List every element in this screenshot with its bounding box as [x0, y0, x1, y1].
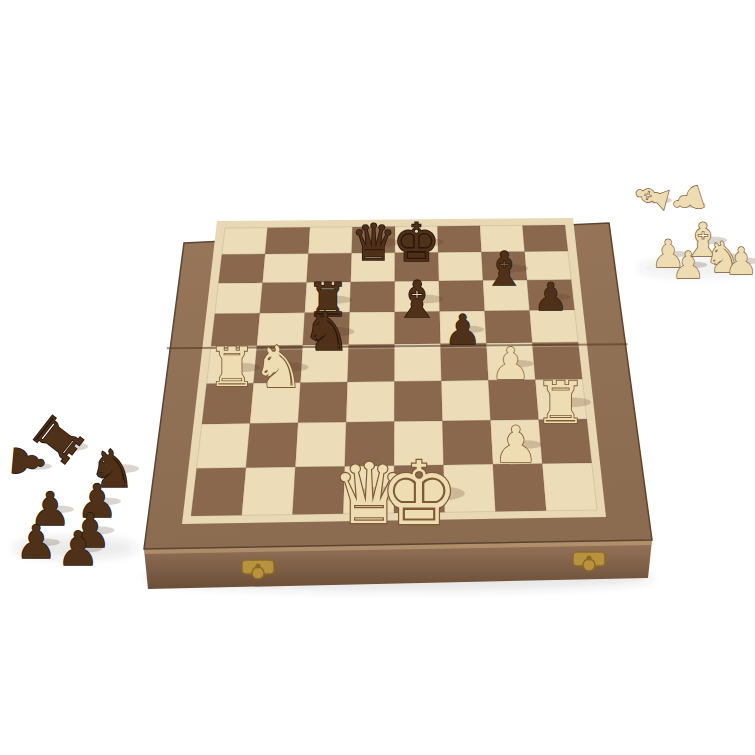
piece-black-king-e8[interactable]: ♚ — [393, 212, 440, 273]
square-e4[interactable] — [394, 344, 441, 382]
square-b6[interactable] — [260, 282, 307, 313]
captured-light-pawn-6[interactable]: ♟ — [671, 244, 704, 287]
square-a7[interactable] — [218, 254, 265, 283]
captured-dark-pawn-6[interactable]: ♟ — [15, 515, 56, 569]
piece-black-pawn-h6[interactable]: ♟ — [534, 275, 568, 319]
chess-set-scene: ♛♚♝♜♝♟♞♟♜♞♟♜♟♛♚♝♟♟♝♞♟♟♜♟♞♟♟♟♟♟ — [0, 0, 755, 755]
square-c3[interactable] — [298, 382, 347, 423]
piece-black-bishop-e6[interactable]: ♝ — [394, 270, 439, 329]
piece-black-bishop-g7[interactable]: ♝ — [483, 242, 525, 296]
product-photo-stage: ♛♚♝♜♝♟♞♟♜♞♟♜♟♛♚♝♟♟♝♞♟♟♜♟♞♟♟♟♟♟ — [0, 0, 755, 755]
square-b2[interactable] — [246, 423, 298, 468]
square-b8[interactable] — [265, 227, 310, 254]
piece-white-rook-h3[interactable]: ♜ — [535, 369, 587, 437]
square-d4[interactable] — [347, 344, 394, 382]
captured-light-pawn-5[interactable]: ♟ — [724, 240, 755, 283]
square-d5[interactable] — [349, 312, 395, 345]
piece-black-pawn-f5[interactable]: ♟ — [444, 306, 481, 354]
square-c8[interactable] — [308, 227, 352, 254]
captured-dark-pawn-1[interactable]: ♟ — [2, 441, 54, 483]
square-e3[interactable] — [394, 381, 442, 422]
piece-white-rook-a4[interactable]: ♜ — [208, 336, 256, 399]
piece-white-king-e1[interactable]: ♚ — [380, 442, 459, 545]
square-f8[interactable] — [438, 226, 482, 253]
square-a1[interactable] — [191, 468, 246, 516]
square-f3[interactable] — [441, 380, 490, 421]
square-h1[interactable] — [542, 463, 597, 511]
piece-black-knight-c5[interactable]: ♞ — [303, 300, 351, 363]
square-f7[interactable] — [438, 252, 483, 281]
square-d6[interactable] — [350, 282, 395, 313]
piece-white-knight-b4[interactable]: ♞ — [253, 334, 304, 401]
square-d3[interactable] — [346, 381, 394, 422]
square-a6[interactable] — [215, 283, 263, 314]
square-h8[interactable] — [523, 225, 568, 252]
piece-white-pawn-g2[interactable]: ♟ — [494, 415, 539, 474]
piece-white-pawn-g4[interactable]: ♟ — [491, 338, 531, 389]
square-a2[interactable] — [197, 423, 250, 468]
captured-dark-pawn-7[interactable]: ♟ — [57, 521, 99, 576]
square-b7[interactable] — [263, 254, 309, 283]
square-a8[interactable] — [222, 228, 268, 255]
piece-black-queen-d8[interactable]: ♛ — [351, 213, 396, 272]
square-b1[interactable] — [242, 467, 296, 515]
